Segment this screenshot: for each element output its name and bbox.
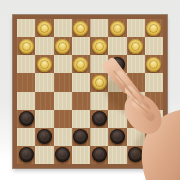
square-r4c7[interactable] — [127, 73, 145, 91]
square-r6c7[interactable] — [127, 110, 145, 128]
square-r1c6[interactable] — [108, 19, 126, 37]
square-r1c3[interactable] — [54, 19, 72, 37]
checker-dark[interactable] — [92, 147, 107, 162]
square-r2c7[interactable] — [127, 37, 145, 55]
checker-light[interactable] — [92, 75, 107, 90]
checker-light[interactable] — [19, 39, 34, 54]
square-r4c6[interactable] — [108, 73, 126, 91]
square-r3c5[interactable] — [90, 55, 108, 73]
square-r8c2[interactable] — [35, 146, 53, 164]
board-fold-line — [90, 19, 91, 164]
square-r3c6[interactable] — [108, 55, 126, 73]
square-r8c6[interactable] — [108, 146, 126, 164]
square-r2c6[interactable] — [108, 37, 126, 55]
square-r4c8[interactable] — [145, 73, 163, 91]
square-r5c6[interactable] — [108, 92, 126, 110]
checker-dark[interactable] — [37, 129, 52, 144]
square-r8c5[interactable] — [90, 146, 108, 164]
square-r8c8[interactable] — [145, 146, 163, 164]
square-r4c4[interactable] — [72, 73, 90, 91]
square-r8c7[interactable] — [127, 146, 145, 164]
checker-dark[interactable] — [110, 57, 125, 72]
square-r4c3[interactable] — [54, 73, 72, 91]
square-r7c5[interactable] — [90, 128, 108, 146]
checker-light[interactable] — [146, 21, 161, 36]
square-r6c8[interactable] — [145, 110, 163, 128]
square-r2c1[interactable] — [17, 37, 35, 55]
square-r3c3[interactable] — [54, 55, 72, 73]
checker-light[interactable] — [128, 39, 143, 54]
square-r2c8[interactable] — [145, 37, 163, 55]
square-r4c5[interactable] — [90, 73, 108, 91]
square-r1c7[interactable] — [127, 19, 145, 37]
checker-dark[interactable] — [55, 147, 70, 162]
square-r7c3[interactable] — [54, 128, 72, 146]
checker-light[interactable] — [37, 21, 52, 36]
square-r5c5[interactable] — [90, 92, 108, 110]
square-r1c2[interactable] — [35, 19, 53, 37]
checker-light[interactable] — [73, 57, 88, 72]
square-r6c5[interactable] — [90, 110, 108, 128]
square-r3c7[interactable] — [127, 55, 145, 73]
square-r5c1[interactable] — [17, 92, 35, 110]
square-r2c3[interactable] — [54, 37, 72, 55]
checker-light[interactable] — [55, 39, 70, 54]
checker-light[interactable] — [73, 21, 88, 36]
checker-light[interactable] — [146, 57, 161, 72]
checker-light[interactable] — [110, 21, 125, 36]
checker-light[interactable] — [37, 57, 52, 72]
square-r7c7[interactable] — [127, 128, 145, 146]
checker-dark[interactable] — [73, 129, 88, 144]
square-r4c2[interactable] — [35, 73, 53, 91]
checker-dark[interactable] — [19, 111, 34, 126]
checker-dark[interactable] — [19, 147, 34, 162]
square-r1c4[interactable] — [72, 19, 90, 37]
checker-dark[interactable] — [92, 111, 107, 126]
square-r3c8[interactable] — [145, 55, 163, 73]
square-r2c4[interactable] — [72, 37, 90, 55]
square-r6c2[interactable] — [35, 110, 53, 128]
square-r1c1[interactable] — [17, 19, 35, 37]
square-r2c5[interactable] — [90, 37, 108, 55]
square-r7c1[interactable] — [17, 128, 35, 146]
square-r5c4[interactable] — [72, 92, 90, 110]
square-r3c1[interactable] — [17, 55, 35, 73]
square-r8c1[interactable] — [17, 146, 35, 164]
square-r6c6[interactable] — [108, 110, 126, 128]
square-r2c2[interactable] — [35, 37, 53, 55]
square-r5c3[interactable] — [54, 92, 72, 110]
checker-dark[interactable] — [110, 129, 125, 144]
square-r1c5[interactable] — [90, 19, 108, 37]
square-r1c8[interactable] — [145, 19, 163, 37]
square-r6c4[interactable] — [72, 110, 90, 128]
square-r6c1[interactable] — [17, 110, 35, 128]
checker-light[interactable] — [92, 39, 107, 54]
square-r8c3[interactable] — [54, 146, 72, 164]
square-r7c6[interactable] — [108, 128, 126, 146]
square-r7c8[interactable] — [145, 128, 163, 146]
square-r3c2[interactable] — [35, 55, 53, 73]
checker-dark[interactable] — [128, 147, 143, 162]
square-r7c2[interactable] — [35, 128, 53, 146]
square-r5c2[interactable] — [35, 92, 53, 110]
square-r7c4[interactable] — [72, 128, 90, 146]
square-r3c4[interactable] — [72, 55, 90, 73]
square-r8c4[interactable] — [72, 146, 90, 164]
square-r5c8[interactable] — [145, 92, 163, 110]
square-r6c3[interactable] — [54, 110, 72, 128]
checkers-board — [13, 15, 167, 168]
square-r5c7[interactable] — [127, 92, 145, 110]
square-r4c1[interactable] — [17, 73, 35, 91]
checkers-photo-scene — [0, 0, 180, 180]
